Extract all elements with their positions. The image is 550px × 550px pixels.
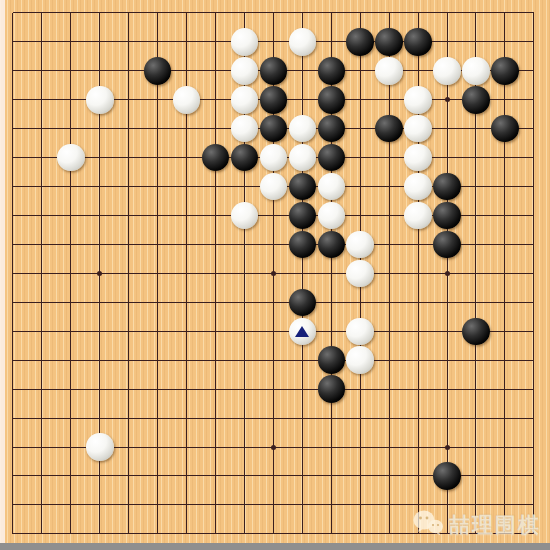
intersection-H14[interactable] — [201, 143, 230, 172]
intersection-R6[interactable] — [462, 375, 491, 404]
intersection-E11[interactable] — [114, 230, 143, 259]
intersection-O15[interactable] — [375, 114, 404, 143]
intersection-G8[interactable] — [172, 317, 201, 346]
intersection-R2[interactable] — [462, 490, 491, 519]
intersection-G5[interactable] — [172, 404, 201, 433]
intersection-K9[interactable] — [259, 288, 288, 317]
intersection-J15[interactable] — [230, 114, 259, 143]
intersection-T10[interactable] — [519, 259, 548, 288]
intersection-P6[interactable] — [404, 375, 433, 404]
intersection-K4[interactable] — [259, 433, 288, 462]
intersection-F17[interactable] — [143, 56, 172, 85]
intersection-R14[interactable] — [462, 143, 491, 172]
intersection-E19[interactable] — [114, 0, 143, 27]
intersection-O2[interactable] — [375, 490, 404, 519]
intersection-K16[interactable] — [259, 85, 288, 114]
intersection-H2[interactable] — [201, 490, 230, 519]
intersection-B15[interactable] — [27, 114, 56, 143]
intersection-H17[interactable] — [201, 56, 230, 85]
intersection-R15[interactable] — [462, 114, 491, 143]
intersection-H15[interactable] — [201, 114, 230, 143]
intersection-K8[interactable] — [259, 317, 288, 346]
intersection-G18[interactable] — [172, 27, 201, 56]
intersection-S2[interactable] — [490, 490, 519, 519]
intersection-P5[interactable] — [404, 404, 433, 433]
intersection-J17[interactable] — [230, 56, 259, 85]
intersection-R5[interactable] — [462, 404, 491, 433]
intersection-N11[interactable] — [346, 230, 375, 259]
intersection-H7[interactable] — [201, 346, 230, 375]
intersection-D16[interactable] — [85, 85, 114, 114]
intersection-N10[interactable] — [346, 259, 375, 288]
intersection-K17[interactable] — [259, 56, 288, 85]
intersection-C8[interactable] — [56, 317, 85, 346]
intersection-P3[interactable] — [404, 462, 433, 491]
intersection-D6[interactable] — [85, 375, 114, 404]
intersection-J4[interactable] — [230, 433, 259, 462]
intersection-H12[interactable] — [201, 201, 230, 230]
intersection-K14[interactable] — [259, 143, 288, 172]
intersection-G10[interactable] — [172, 259, 201, 288]
intersection-L17[interactable] — [288, 56, 317, 85]
intersection-C16[interactable] — [56, 85, 85, 114]
intersection-C5[interactable] — [56, 404, 85, 433]
intersection-C11[interactable] — [56, 230, 85, 259]
intersection-S5[interactable] — [490, 404, 519, 433]
intersection-E10[interactable] — [114, 259, 143, 288]
intersection-H11[interactable] — [201, 230, 230, 259]
intersection-J5[interactable] — [230, 404, 259, 433]
intersection-J3[interactable] — [230, 462, 259, 491]
intersection-B17[interactable] — [27, 56, 56, 85]
intersection-N7[interactable] — [346, 346, 375, 375]
intersection-S4[interactable] — [490, 433, 519, 462]
intersection-Q7[interactable] — [433, 346, 462, 375]
intersection-M6[interactable] — [317, 375, 346, 404]
intersection-F4[interactable] — [143, 433, 172, 462]
intersection-P14[interactable] — [404, 143, 433, 172]
intersection-C2[interactable] — [56, 490, 85, 519]
intersection-M4[interactable] — [317, 433, 346, 462]
intersection-D7[interactable] — [85, 346, 114, 375]
intersection-L12[interactable] — [288, 201, 317, 230]
intersection-M7[interactable] — [317, 346, 346, 375]
intersection-O19[interactable] — [375, 0, 404, 27]
intersection-O4[interactable] — [375, 433, 404, 462]
intersection-J9[interactable] — [230, 288, 259, 317]
intersection-O13[interactable] — [375, 172, 404, 201]
intersection-L19[interactable] — [288, 0, 317, 27]
intersection-L18[interactable] — [288, 27, 317, 56]
intersection-M14[interactable] — [317, 143, 346, 172]
intersection-L7[interactable] — [288, 346, 317, 375]
intersection-C7[interactable] — [56, 346, 85, 375]
intersection-L8[interactable] — [288, 317, 317, 346]
intersection-O7[interactable] — [375, 346, 404, 375]
intersection-T11[interactable] — [519, 230, 548, 259]
intersection-J16[interactable] — [230, 85, 259, 114]
intersection-R19[interactable] — [462, 0, 491, 27]
intersection-Q4[interactable] — [433, 433, 462, 462]
intersection-T3[interactable] — [519, 462, 548, 491]
intersection-Q10[interactable] — [433, 259, 462, 288]
intersection-O18[interactable] — [375, 27, 404, 56]
intersection-P13[interactable] — [404, 172, 433, 201]
intersection-K18[interactable] — [259, 27, 288, 56]
intersection-B6[interactable] — [27, 375, 56, 404]
intersection-T5[interactable] — [519, 404, 548, 433]
intersection-N12[interactable] — [346, 201, 375, 230]
intersection-B2[interactable] — [27, 490, 56, 519]
intersection-F11[interactable] — [143, 230, 172, 259]
intersection-E13[interactable] — [114, 172, 143, 201]
intersection-L11[interactable] — [288, 230, 317, 259]
intersection-O12[interactable] — [375, 201, 404, 230]
intersection-Q3[interactable] — [433, 462, 462, 491]
intersection-F15[interactable] — [143, 114, 172, 143]
intersection-S13[interactable] — [490, 172, 519, 201]
intersection-Q15[interactable] — [433, 114, 462, 143]
intersection-D4[interactable] — [85, 433, 114, 462]
intersection-G17[interactable] — [172, 56, 201, 85]
intersection-R3[interactable] — [462, 462, 491, 491]
intersection-P18[interactable] — [404, 27, 433, 56]
intersection-G15[interactable] — [172, 114, 201, 143]
intersection-O14[interactable] — [375, 143, 404, 172]
intersection-J6[interactable] — [230, 375, 259, 404]
intersection-M11[interactable] — [317, 230, 346, 259]
intersection-T15[interactable] — [519, 114, 548, 143]
intersection-F2[interactable] — [143, 490, 172, 519]
intersection-N16[interactable] — [346, 85, 375, 114]
intersection-J12[interactable] — [230, 201, 259, 230]
intersection-R8[interactable] — [462, 317, 491, 346]
intersection-N13[interactable] — [346, 172, 375, 201]
intersection-G7[interactable] — [172, 346, 201, 375]
intersection-B7[interactable] — [27, 346, 56, 375]
intersection-C18[interactable] — [56, 27, 85, 56]
intersection-H4[interactable] — [201, 433, 230, 462]
intersection-B16[interactable] — [27, 85, 56, 114]
intersection-K7[interactable] — [259, 346, 288, 375]
intersection-B4[interactable] — [27, 433, 56, 462]
intersection-M18[interactable] — [317, 27, 346, 56]
intersection-Q16[interactable] — [433, 85, 462, 114]
intersection-F9[interactable] — [143, 288, 172, 317]
intersection-D5[interactable] — [85, 404, 114, 433]
intersection-C19[interactable] — [56, 0, 85, 27]
intersection-D17[interactable] — [85, 56, 114, 85]
intersection-B9[interactable] — [27, 288, 56, 317]
intersection-F18[interactable] — [143, 27, 172, 56]
intersection-F19[interactable] — [143, 0, 172, 27]
intersection-S12[interactable] — [490, 201, 519, 230]
intersection-K2[interactable] — [259, 490, 288, 519]
intersection-M2[interactable] — [317, 490, 346, 519]
intersection-E15[interactable] — [114, 114, 143, 143]
intersection-D13[interactable] — [85, 172, 114, 201]
intersection-R9[interactable] — [462, 288, 491, 317]
intersection-S16[interactable] — [490, 85, 519, 114]
intersection-C6[interactable] — [56, 375, 85, 404]
intersection-G9[interactable] — [172, 288, 201, 317]
intersection-H9[interactable] — [201, 288, 230, 317]
intersection-B8[interactable] — [27, 317, 56, 346]
intersection-B18[interactable] — [27, 27, 56, 56]
intersection-B19[interactable] — [27, 0, 56, 27]
intersection-C3[interactable] — [56, 462, 85, 491]
intersection-M19[interactable] — [317, 0, 346, 27]
intersection-D3[interactable] — [85, 462, 114, 491]
intersection-E2[interactable] — [114, 490, 143, 519]
intersection-Q6[interactable] — [433, 375, 462, 404]
intersection-E9[interactable] — [114, 288, 143, 317]
intersection-S7[interactable] — [490, 346, 519, 375]
intersection-Q11[interactable] — [433, 230, 462, 259]
intersection-D10[interactable] — [85, 259, 114, 288]
intersection-E7[interactable] — [114, 346, 143, 375]
intersection-C12[interactable] — [56, 201, 85, 230]
intersection-F14[interactable] — [143, 143, 172, 172]
intersection-P10[interactable] — [404, 259, 433, 288]
intersection-H8[interactable] — [201, 317, 230, 346]
intersection-S10[interactable] — [490, 259, 519, 288]
intersection-K15[interactable] — [259, 114, 288, 143]
intersection-O5[interactable] — [375, 404, 404, 433]
intersection-D8[interactable] — [85, 317, 114, 346]
intersection-E3[interactable] — [114, 462, 143, 491]
intersection-G19[interactable] — [172, 0, 201, 27]
intersection-C9[interactable] — [56, 288, 85, 317]
intersection-F3[interactable] — [143, 462, 172, 491]
intersection-D12[interactable] — [85, 201, 114, 230]
intersection-B14[interactable] — [27, 143, 56, 172]
intersection-M13[interactable] — [317, 172, 346, 201]
intersection-S8[interactable] — [490, 317, 519, 346]
intersection-L15[interactable] — [288, 114, 317, 143]
intersection-S18[interactable] — [490, 27, 519, 56]
intersection-R4[interactable] — [462, 433, 491, 462]
intersection-Q18[interactable] — [433, 27, 462, 56]
intersection-S14[interactable] — [490, 143, 519, 172]
intersection-B12[interactable] — [27, 201, 56, 230]
intersection-S17[interactable] — [490, 56, 519, 85]
intersection-T16[interactable] — [519, 85, 548, 114]
intersection-H5[interactable] — [201, 404, 230, 433]
intersection-N8[interactable] — [346, 317, 375, 346]
intersection-D9[interactable] — [85, 288, 114, 317]
intersection-L5[interactable] — [288, 404, 317, 433]
intersection-J18[interactable] — [230, 27, 259, 56]
intersection-O3[interactable] — [375, 462, 404, 491]
intersection-O9[interactable] — [375, 288, 404, 317]
intersection-B3[interactable] — [27, 462, 56, 491]
intersection-M16[interactable] — [317, 85, 346, 114]
intersection-E6[interactable] — [114, 375, 143, 404]
intersection-C17[interactable] — [56, 56, 85, 85]
intersection-F12[interactable] — [143, 201, 172, 230]
intersection-N2[interactable] — [346, 490, 375, 519]
intersection-H13[interactable] — [201, 172, 230, 201]
intersection-N6[interactable] — [346, 375, 375, 404]
intersection-L10[interactable] — [288, 259, 317, 288]
intersection-O8[interactable] — [375, 317, 404, 346]
intersection-S11[interactable] — [490, 230, 519, 259]
intersection-J8[interactable] — [230, 317, 259, 346]
intersection-P12[interactable] — [404, 201, 433, 230]
intersection-L6[interactable] — [288, 375, 317, 404]
intersection-D19[interactable] — [85, 0, 114, 27]
intersection-G6[interactable] — [172, 375, 201, 404]
intersection-B10[interactable] — [27, 259, 56, 288]
intersection-T6[interactable] — [519, 375, 548, 404]
intersection-T17[interactable] — [519, 56, 548, 85]
intersection-T12[interactable] — [519, 201, 548, 230]
intersection-J19[interactable] — [230, 0, 259, 27]
intersection-P11[interactable] — [404, 230, 433, 259]
intersection-E5[interactable] — [114, 404, 143, 433]
intersection-C4[interactable] — [56, 433, 85, 462]
intersection-L2[interactable] — [288, 490, 317, 519]
intersection-P19[interactable] — [404, 0, 433, 27]
intersection-S9[interactable] — [490, 288, 519, 317]
intersection-Q9[interactable] — [433, 288, 462, 317]
intersection-N19[interactable] — [346, 0, 375, 27]
intersection-P16[interactable] — [404, 85, 433, 114]
intersection-R11[interactable] — [462, 230, 491, 259]
intersection-H16[interactable] — [201, 85, 230, 114]
intersection-F5[interactable] — [143, 404, 172, 433]
intersection-T9[interactable] — [519, 288, 548, 317]
intersection-O6[interactable] — [375, 375, 404, 404]
intersection-K5[interactable] — [259, 404, 288, 433]
intersection-E18[interactable] — [114, 27, 143, 56]
intersection-K13[interactable] — [259, 172, 288, 201]
intersection-R16[interactable] — [462, 85, 491, 114]
intersection-R10[interactable] — [462, 259, 491, 288]
intersection-F16[interactable] — [143, 85, 172, 114]
intersection-F6[interactable] — [143, 375, 172, 404]
intersection-N4[interactable] — [346, 433, 375, 462]
intersection-F13[interactable] — [143, 172, 172, 201]
intersection-L9[interactable] — [288, 288, 317, 317]
intersection-P17[interactable] — [404, 56, 433, 85]
intersection-S15[interactable] — [490, 114, 519, 143]
intersection-J13[interactable] — [230, 172, 259, 201]
intersection-N15[interactable] — [346, 114, 375, 143]
intersection-H6[interactable] — [201, 375, 230, 404]
intersection-G13[interactable] — [172, 172, 201, 201]
intersection-D2[interactable] — [85, 490, 114, 519]
intersection-S19[interactable] — [490, 0, 519, 27]
intersection-K3[interactable] — [259, 462, 288, 491]
intersection-O11[interactable] — [375, 230, 404, 259]
intersection-B11[interactable] — [27, 230, 56, 259]
intersection-S6[interactable] — [490, 375, 519, 404]
intersection-N9[interactable] — [346, 288, 375, 317]
intersection-E16[interactable] — [114, 85, 143, 114]
intersection-L13[interactable] — [288, 172, 317, 201]
intersection-R12[interactable] — [462, 201, 491, 230]
intersection-D14[interactable] — [85, 143, 114, 172]
intersection-M12[interactable] — [317, 201, 346, 230]
intersection-E12[interactable] — [114, 201, 143, 230]
intersection-R18[interactable] — [462, 27, 491, 56]
intersection-C10[interactable] — [56, 259, 85, 288]
intersection-K11[interactable] — [259, 230, 288, 259]
intersection-P8[interactable] — [404, 317, 433, 346]
intersection-H18[interactable] — [201, 27, 230, 56]
intersection-O16[interactable] — [375, 85, 404, 114]
intersection-M9[interactable] — [317, 288, 346, 317]
intersection-P15[interactable] — [404, 114, 433, 143]
intersection-M5[interactable] — [317, 404, 346, 433]
intersection-K19[interactable] — [259, 0, 288, 27]
intersection-C15[interactable] — [56, 114, 85, 143]
intersection-E14[interactable] — [114, 143, 143, 172]
intersection-T14[interactable] — [519, 143, 548, 172]
intersection-H3[interactable] — [201, 462, 230, 491]
intersection-J7[interactable] — [230, 346, 259, 375]
intersection-F7[interactable] — [143, 346, 172, 375]
intersection-S3[interactable] — [490, 462, 519, 491]
intersection-G11[interactable] — [172, 230, 201, 259]
intersection-D11[interactable] — [85, 230, 114, 259]
intersection-M8[interactable] — [317, 317, 346, 346]
intersection-Q13[interactable] — [433, 172, 462, 201]
intersection-T4[interactable] — [519, 433, 548, 462]
intersection-M15[interactable] — [317, 114, 346, 143]
intersection-E8[interactable] — [114, 317, 143, 346]
intersection-H19[interactable] — [201, 0, 230, 27]
intersection-M10[interactable] — [317, 259, 346, 288]
intersection-Q2[interactable] — [433, 490, 462, 519]
intersection-J2[interactable] — [230, 490, 259, 519]
intersection-K6[interactable] — [259, 375, 288, 404]
intersection-B13[interactable] — [27, 172, 56, 201]
intersection-T13[interactable] — [519, 172, 548, 201]
intersection-T18[interactable] — [519, 27, 548, 56]
intersection-Q8[interactable] — [433, 317, 462, 346]
intersection-E4[interactable] — [114, 433, 143, 462]
intersection-L4[interactable] — [288, 433, 317, 462]
intersection-K10[interactable] — [259, 259, 288, 288]
intersection-J14[interactable] — [230, 143, 259, 172]
intersection-R13[interactable] — [462, 172, 491, 201]
intersection-Q14[interactable] — [433, 143, 462, 172]
intersection-G2[interactable] — [172, 490, 201, 519]
intersection-N5[interactable] — [346, 404, 375, 433]
intersection-E17[interactable] — [114, 56, 143, 85]
intersection-Q12[interactable] — [433, 201, 462, 230]
intersection-L16[interactable] — [288, 85, 317, 114]
intersection-P2[interactable] — [404, 490, 433, 519]
intersection-N3[interactable] — [346, 462, 375, 491]
intersection-Q5[interactable] — [433, 404, 462, 433]
intersection-N17[interactable] — [346, 56, 375, 85]
intersection-G4[interactable] — [172, 433, 201, 462]
intersection-M17[interactable] — [317, 56, 346, 85]
intersection-L3[interactable] — [288, 462, 317, 491]
intersection-G16[interactable] — [172, 85, 201, 114]
intersection-J11[interactable] — [230, 230, 259, 259]
intersection-O10[interactable] — [375, 259, 404, 288]
intersection-B5[interactable] — [27, 404, 56, 433]
intersection-G12[interactable] — [172, 201, 201, 230]
intersection-F8[interactable] — [143, 317, 172, 346]
intersection-C13[interactable] — [56, 172, 85, 201]
intersection-N18[interactable] — [346, 27, 375, 56]
